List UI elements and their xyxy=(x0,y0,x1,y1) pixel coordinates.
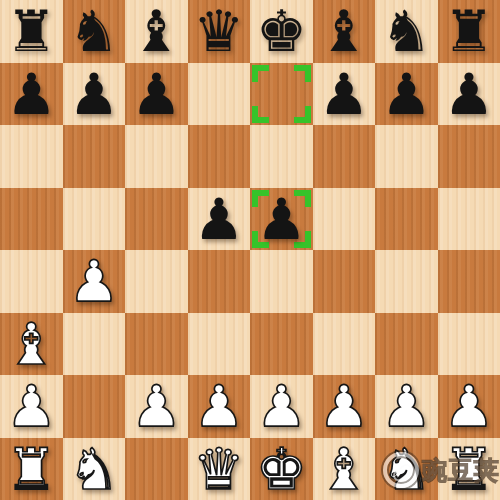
last-move-highlight-corner xyxy=(252,106,269,123)
square-c8[interactable]: ♝ xyxy=(125,0,188,63)
white-rook-icon[interactable]: ♜ xyxy=(443,438,494,500)
black-king-icon[interactable]: ♚ xyxy=(256,0,307,62)
last-move-highlight-corner xyxy=(294,106,311,123)
square-e1[interactable]: ♚ xyxy=(250,438,313,500)
square-c7[interactable]: ♟ xyxy=(125,63,188,126)
white-bishop-icon[interactable]: ♝ xyxy=(6,313,57,375)
square-d7[interactable] xyxy=(188,63,251,126)
square-f7[interactable]: ♟ xyxy=(313,63,376,126)
square-a4[interactable] xyxy=(0,250,63,313)
square-c3[interactable] xyxy=(125,313,188,376)
square-g4[interactable] xyxy=(375,250,438,313)
square-g8[interactable]: ♞ xyxy=(375,0,438,63)
square-e6[interactable] xyxy=(250,125,313,188)
square-e3[interactable] xyxy=(250,313,313,376)
square-a1[interactable]: ♜ xyxy=(0,438,63,500)
square-b5[interactable] xyxy=(63,188,126,251)
square-e5[interactable]: ♟ xyxy=(250,188,313,251)
square-g5[interactable] xyxy=(375,188,438,251)
square-g7[interactable]: ♟ xyxy=(375,63,438,126)
square-g3[interactable] xyxy=(375,313,438,376)
square-h2[interactable]: ♟ xyxy=(438,375,500,438)
white-pawn-icon[interactable]: ♟ xyxy=(193,375,244,437)
white-pawn-icon[interactable]: ♟ xyxy=(256,375,307,437)
square-b4[interactable]: ♟ xyxy=(63,250,126,313)
white-knight-icon[interactable]: ♞ xyxy=(381,438,432,500)
square-e2[interactable]: ♟ xyxy=(250,375,313,438)
black-bishop-icon[interactable]: ♝ xyxy=(318,0,369,62)
square-c2[interactable]: ♟ xyxy=(125,375,188,438)
square-c4[interactable] xyxy=(125,250,188,313)
square-b6[interactable] xyxy=(63,125,126,188)
white-pawn-icon[interactable]: ♟ xyxy=(131,375,182,437)
square-b1[interactable]: ♞ xyxy=(63,438,126,500)
white-rook-icon[interactable]: ♜ xyxy=(6,438,57,500)
white-knight-icon[interactable]: ♞ xyxy=(68,438,119,500)
square-a6[interactable] xyxy=(0,125,63,188)
square-d8[interactable]: ♛ xyxy=(188,0,251,63)
square-c5[interactable] xyxy=(125,188,188,251)
square-d5[interactable]: ♟ xyxy=(188,188,251,251)
black-knight-icon[interactable]: ♞ xyxy=(381,0,432,62)
square-b8[interactable]: ♞ xyxy=(63,0,126,63)
square-d2[interactable]: ♟ xyxy=(188,375,251,438)
square-b2[interactable] xyxy=(63,375,126,438)
white-king-icon[interactable]: ♚ xyxy=(256,438,307,500)
white-pawn-icon[interactable]: ♟ xyxy=(68,250,119,312)
black-pawn-icon[interactable]: ♟ xyxy=(381,63,432,125)
square-d1[interactable]: ♛ xyxy=(188,438,251,500)
square-d6[interactable] xyxy=(188,125,251,188)
square-f3[interactable] xyxy=(313,313,376,376)
chess-board: ♜♞♝♛♚♝♞♜♟♟♟♟♟♟♟♟♟♝♟♟♟♟♟♟♟♜♞♛♚♝♞♜ xyxy=(0,0,500,500)
last-move-highlight-corner xyxy=(252,65,269,82)
square-b7[interactable]: ♟ xyxy=(63,63,126,126)
last-move-highlight-corner xyxy=(294,65,311,82)
square-c6[interactable] xyxy=(125,125,188,188)
black-rook-icon[interactable]: ♜ xyxy=(6,0,57,62)
white-pawn-icon[interactable]: ♟ xyxy=(443,375,494,437)
square-a2[interactable]: ♟ xyxy=(0,375,63,438)
square-h6[interactable] xyxy=(438,125,500,188)
square-h5[interactable] xyxy=(438,188,500,251)
black-pawn-icon[interactable]: ♟ xyxy=(131,63,182,125)
black-pawn-icon[interactable]: ♟ xyxy=(68,63,119,125)
square-d3[interactable] xyxy=(188,313,251,376)
black-pawn-icon[interactable]: ♟ xyxy=(318,63,369,125)
square-f6[interactable] xyxy=(313,125,376,188)
square-h3[interactable] xyxy=(438,313,500,376)
black-pawn-icon[interactable]: ♟ xyxy=(6,63,57,125)
square-h8[interactable]: ♜ xyxy=(438,0,500,63)
black-pawn-icon[interactable]: ♟ xyxy=(443,63,494,125)
black-pawn-icon[interactable]: ♟ xyxy=(193,188,244,250)
black-knight-icon[interactable]: ♞ xyxy=(68,0,119,62)
square-f4[interactable] xyxy=(313,250,376,313)
white-queen-icon[interactable]: ♛ xyxy=(193,438,244,500)
square-a8[interactable]: ♜ xyxy=(0,0,63,63)
square-e4[interactable] xyxy=(250,250,313,313)
square-a3[interactable]: ♝ xyxy=(0,313,63,376)
white-pawn-icon[interactable]: ♟ xyxy=(6,375,57,437)
square-f8[interactable]: ♝ xyxy=(313,0,376,63)
square-g6[interactable] xyxy=(375,125,438,188)
square-a5[interactable] xyxy=(0,188,63,251)
square-c1[interactable] xyxy=(125,438,188,500)
black-queen-icon[interactable]: ♛ xyxy=(193,0,244,62)
square-e7[interactable] xyxy=(250,63,313,126)
square-b3[interactable] xyxy=(63,313,126,376)
square-f2[interactable]: ♟ xyxy=(313,375,376,438)
black-bishop-icon[interactable]: ♝ xyxy=(131,0,182,62)
black-pawn-icon[interactable]: ♟ xyxy=(256,188,307,250)
black-rook-icon[interactable]: ♜ xyxy=(443,0,494,62)
square-h4[interactable] xyxy=(438,250,500,313)
chess-app-window: ♜♞♝♛♚♝♞♜♟♟♟♟♟♟♟♟♟♝♟♟♟♟♟♟♟♜♞♛♚♝♞♜ 豌豆荚 xyxy=(0,0,500,500)
white-pawn-icon[interactable]: ♟ xyxy=(381,375,432,437)
square-g1[interactable]: ♞ xyxy=(375,438,438,500)
square-f5[interactable] xyxy=(313,188,376,251)
square-a7[interactable]: ♟ xyxy=(0,63,63,126)
square-d4[interactable] xyxy=(188,250,251,313)
square-h7[interactable]: ♟ xyxy=(438,63,500,126)
white-pawn-icon[interactable]: ♟ xyxy=(318,375,369,437)
square-g2[interactable]: ♟ xyxy=(375,375,438,438)
square-h1[interactable]: ♜ xyxy=(438,438,500,500)
square-f1[interactable]: ♝ xyxy=(313,438,376,500)
square-e8[interactable]: ♚ xyxy=(250,0,313,63)
white-bishop-icon[interactable]: ♝ xyxy=(318,438,369,500)
